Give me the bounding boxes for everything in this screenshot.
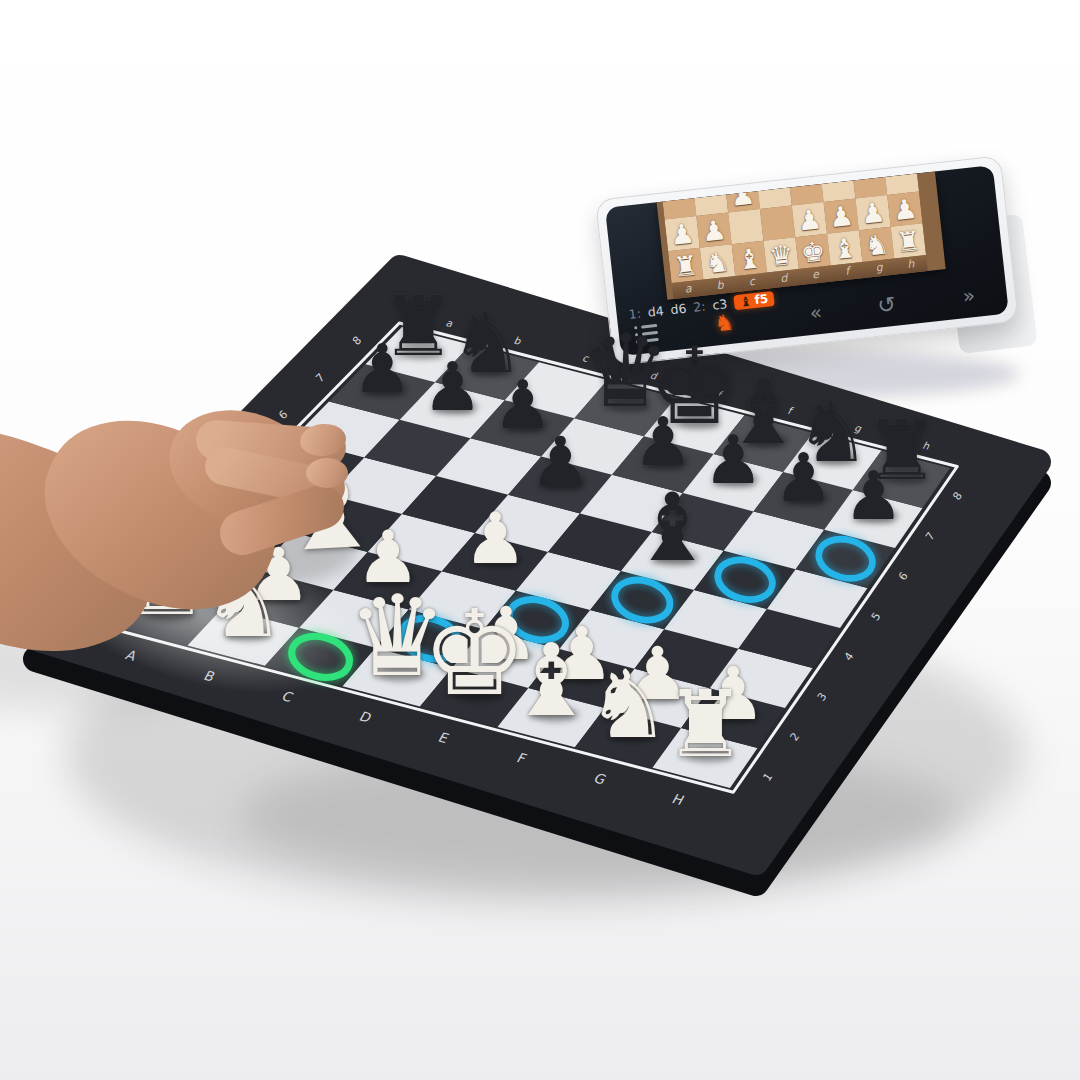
app-mini-board: ♟♟♟♟♟♟♟♜♞♝♛♚♝♞♜ abcdefgh — [657, 172, 946, 300]
mini-square-f2: ♟ — [824, 198, 859, 233]
mini-square-f3 — [820, 174, 855, 202]
mini-square-c2 — [728, 209, 763, 244]
hint-knight-icon[interactable]: ♞ — [713, 312, 735, 336]
forward-icon[interactable]: » — [962, 285, 976, 306]
last-move-text: f5 — [754, 293, 769, 306]
mini-square-d2 — [760, 205, 795, 240]
mini-square-g1: ♞ — [859, 227, 894, 262]
mini-square-h2: ♟ — [887, 191, 922, 226]
mini-square-h1: ♜ — [891, 223, 926, 258]
move-number: 1: — [628, 305, 642, 321]
mini-square-e2: ♟ — [792, 202, 827, 237]
rewind-icon[interactable]: « — [809, 302, 823, 323]
black-bishop-icon: ♝ — [739, 294, 752, 308]
mini-square-g2: ♟ — [855, 195, 890, 230]
mini-square-b1: ♞ — [700, 244, 735, 279]
move-number: 2: — [692, 298, 706, 314]
mini-square-d1: ♛ — [763, 237, 798, 272]
mini-square-a2: ♟ — [665, 216, 700, 251]
mini-square-e1: ♚ — [795, 234, 830, 269]
mini-square-e3 — [788, 174, 823, 206]
menu-icon[interactable] — [634, 323, 660, 346]
mini-square-b2: ♟ — [696, 212, 731, 247]
move-white[interactable]: d4 — [647, 303, 664, 320]
move-black[interactable]: d6 — [670, 300, 687, 317]
undo-icon[interactable]: ↺ — [876, 294, 897, 318]
tablet-screen: ♟♟♟♟♟♟♟♜♞♝♛♚♝♞♜ abcdefgh 1: d4 d6 2: c3 … — [605, 165, 1009, 356]
middle-fingertip — [306, 458, 348, 488]
mini-square-a1: ♜ — [668, 248, 703, 283]
mini-square-f1: ♝ — [827, 230, 862, 265]
mini-square-c1: ♝ — [732, 241, 767, 276]
scene: Aa11Bb22Cc33Dd44Ee55Ff66Gg77Hh88 ♟♟♟♟♟♟♟… — [0, 0, 1080, 1080]
